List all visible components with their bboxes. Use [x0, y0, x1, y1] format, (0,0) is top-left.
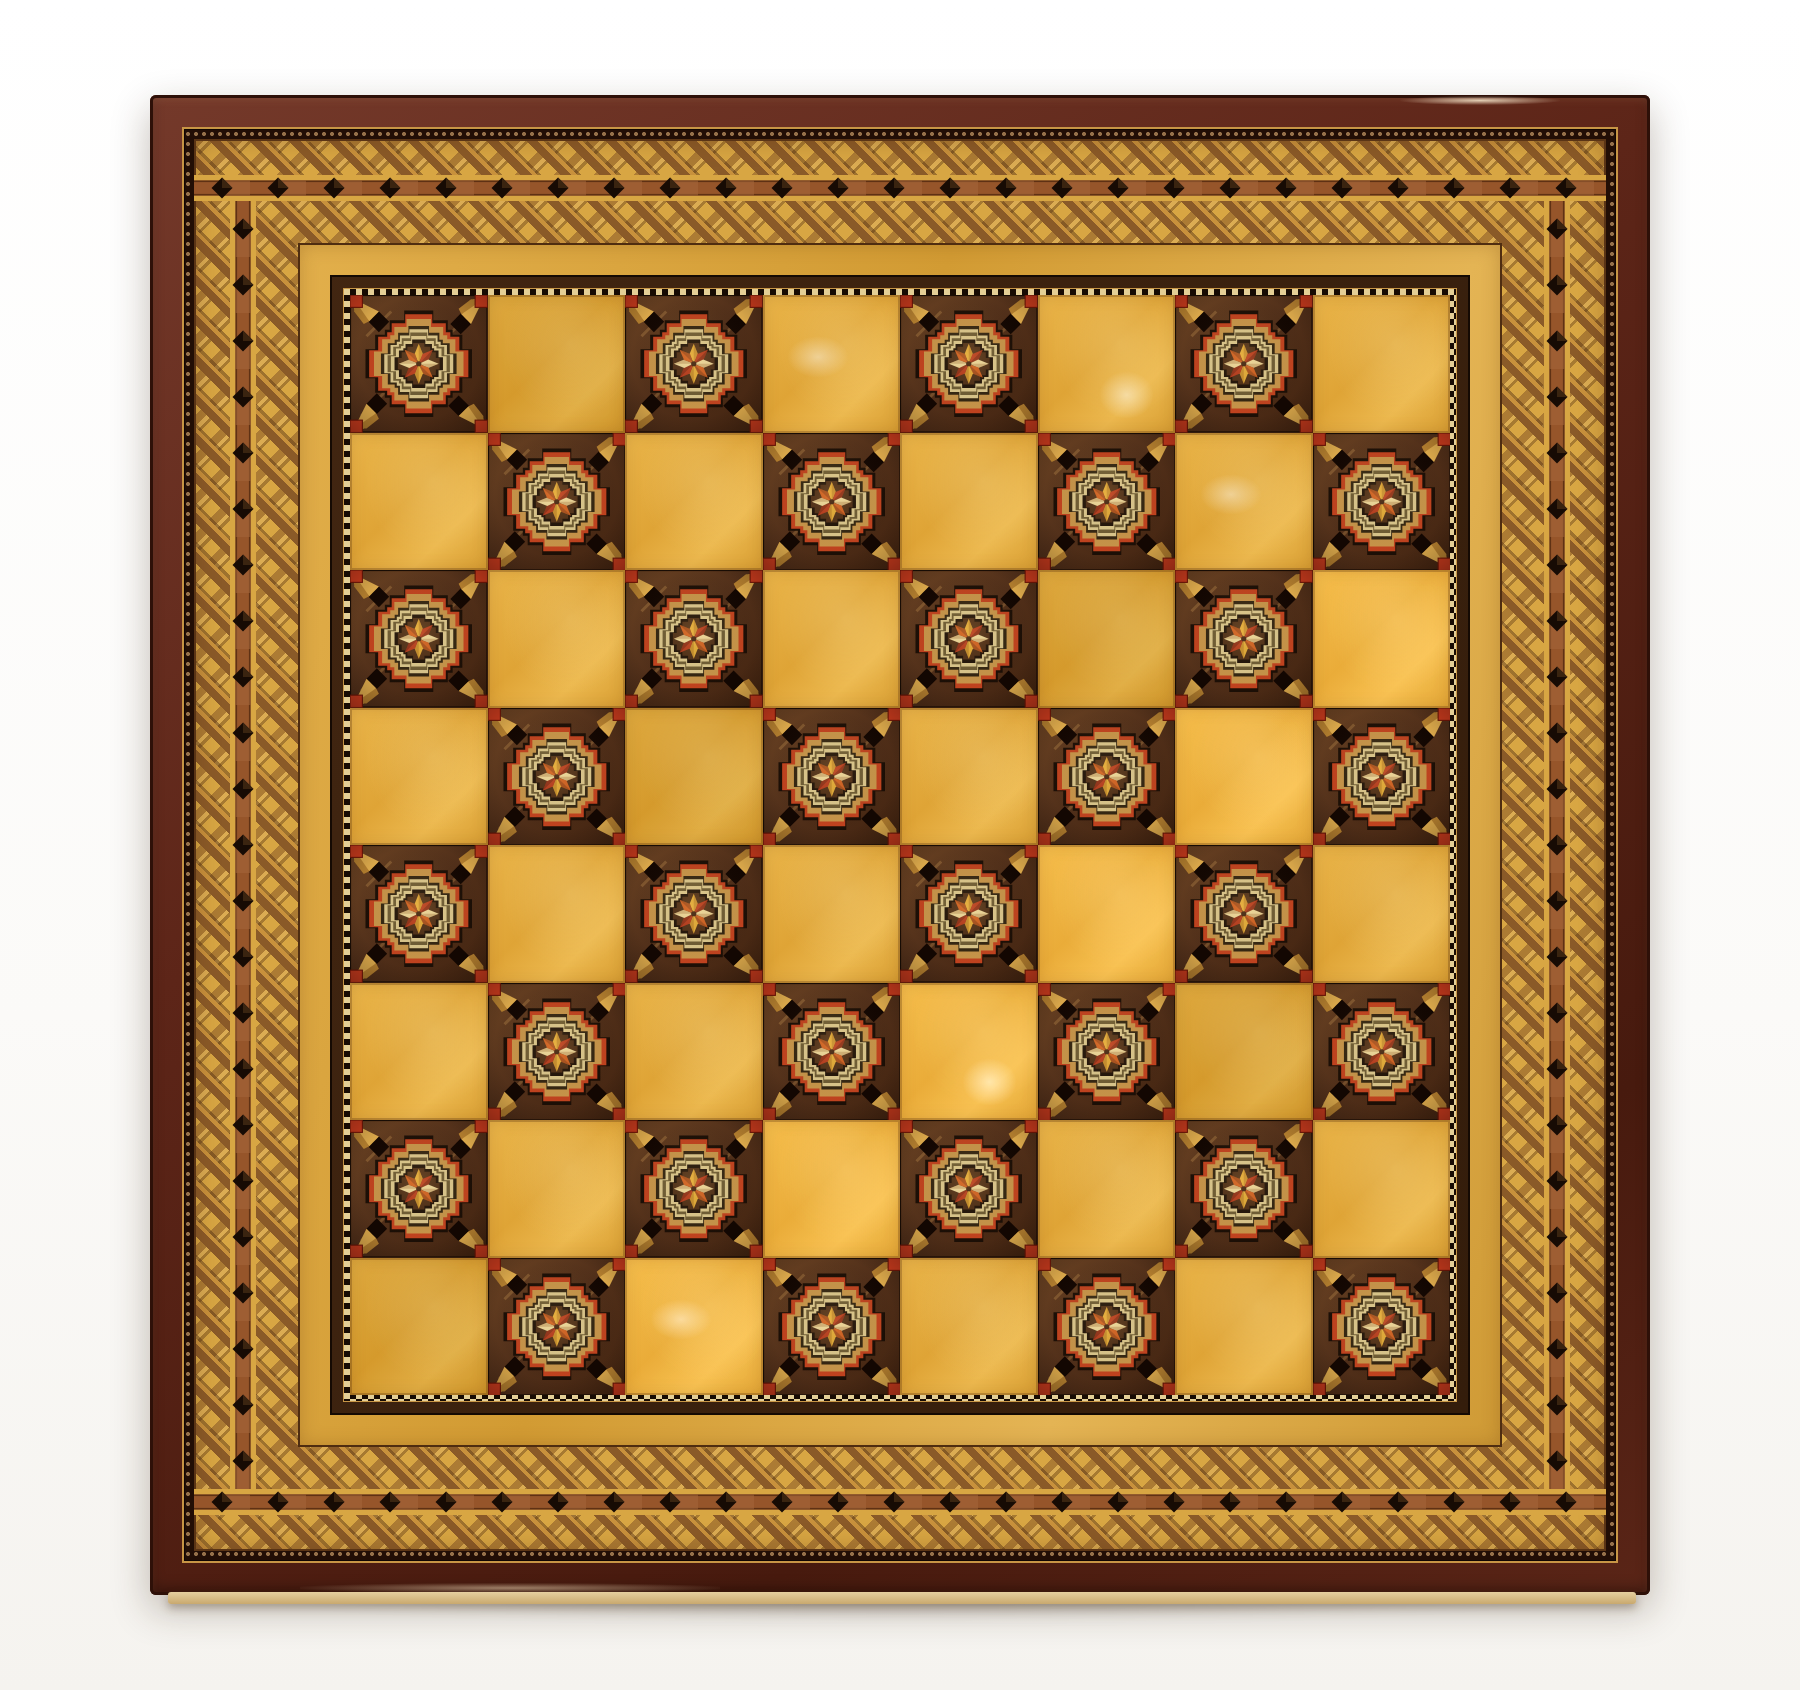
square-e2[interactable]: [900, 1120, 1038, 1258]
star-medallion-inlay: [1038, 983, 1176, 1121]
square-c5[interactable]: [625, 708, 763, 846]
square-e4[interactable]: [900, 845, 1038, 983]
board-side-edge: [168, 1592, 1636, 1604]
square-h8[interactable]: [1313, 295, 1451, 433]
photo-background: [0, 0, 1800, 1690]
star-medallion-inlay: [763, 1258, 901, 1396]
diamond-chain-right: [1544, 201, 1570, 1489]
square-d1[interactable]: [763, 1258, 901, 1396]
square-e3[interactable]: [900, 983, 1038, 1121]
square-h3[interactable]: [1313, 983, 1451, 1121]
star-medallion-inlay: [900, 1120, 1038, 1258]
square-g5[interactable]: [1175, 708, 1313, 846]
star-medallion-inlay: [1175, 295, 1313, 433]
star-medallion-inlay: [488, 433, 626, 571]
square-c7[interactable]: [625, 433, 763, 571]
square-b2[interactable]: [488, 1120, 626, 1258]
star-medallion-inlay: [1175, 845, 1313, 983]
square-a4[interactable]: [350, 845, 488, 983]
square-h5[interactable]: [1313, 708, 1451, 846]
star-medallion-inlay: [625, 845, 763, 983]
star-medallion-inlay: [350, 570, 488, 708]
diamond-chain-bottom: [194, 1489, 1606, 1515]
square-d3[interactable]: [763, 983, 901, 1121]
square-f7[interactable]: [1038, 433, 1176, 571]
star-medallion-inlay: [1313, 1258, 1451, 1396]
star-medallion-inlay: [350, 1120, 488, 1258]
square-h2[interactable]: [1313, 1120, 1451, 1258]
square-a8[interactable]: [350, 295, 488, 433]
star-medallion-inlay: [625, 295, 763, 433]
star-medallion-inlay: [1038, 1258, 1176, 1396]
star-medallion-inlay: [1175, 1120, 1313, 1258]
square-f8[interactable]: [1038, 295, 1176, 433]
star-medallion-inlay: [900, 570, 1038, 708]
square-g3[interactable]: [1175, 983, 1313, 1121]
board-grid: [350, 295, 1450, 1395]
square-b4[interactable]: [488, 845, 626, 983]
square-f1[interactable]: [1038, 1258, 1176, 1396]
square-b5[interactable]: [488, 708, 626, 846]
square-g2[interactable]: [1175, 1120, 1313, 1258]
square-b6[interactable]: [488, 570, 626, 708]
star-medallion-inlay: [763, 708, 901, 846]
square-f3[interactable]: [1038, 983, 1176, 1121]
marquetry-chessboard: [150, 95, 1650, 1595]
square-a3[interactable]: [350, 983, 488, 1121]
square-f2[interactable]: [1038, 1120, 1176, 1258]
star-medallion-inlay: [350, 845, 488, 983]
star-medallion-inlay: [1313, 708, 1451, 846]
square-a2[interactable]: [350, 1120, 488, 1258]
square-a1[interactable]: [350, 1258, 488, 1396]
square-b1[interactable]: [488, 1258, 626, 1396]
square-f4[interactable]: [1038, 845, 1176, 983]
square-c4[interactable]: [625, 845, 763, 983]
square-g7[interactable]: [1175, 433, 1313, 571]
square-g1[interactable]: [1175, 1258, 1313, 1396]
star-medallion-inlay: [350, 295, 488, 433]
square-e5[interactable]: [900, 708, 1038, 846]
square-c1[interactable]: [625, 1258, 763, 1396]
square-a6[interactable]: [350, 570, 488, 708]
square-c6[interactable]: [625, 570, 763, 708]
square-b7[interactable]: [488, 433, 626, 571]
square-e7[interactable]: [900, 433, 1038, 571]
diamond-chain-left: [230, 201, 256, 1489]
star-medallion-inlay: [1313, 983, 1451, 1121]
star-medallion-inlay: [763, 433, 901, 571]
star-medallion-inlay: [1038, 433, 1176, 571]
square-d4[interactable]: [763, 845, 901, 983]
square-a5[interactable]: [350, 708, 488, 846]
square-h6[interactable]: [1313, 570, 1451, 708]
square-b8[interactable]: [488, 295, 626, 433]
square-d6[interactable]: [763, 570, 901, 708]
square-d8[interactable]: [763, 295, 901, 433]
square-g8[interactable]: [1175, 295, 1313, 433]
square-d5[interactable]: [763, 708, 901, 846]
square-a7[interactable]: [350, 433, 488, 571]
square-g4[interactable]: [1175, 845, 1313, 983]
square-e8[interactable]: [900, 295, 1038, 433]
star-medallion-inlay: [1313, 433, 1451, 571]
square-e1[interactable]: [900, 1258, 1038, 1396]
star-medallion-inlay: [900, 845, 1038, 983]
square-f5[interactable]: [1038, 708, 1176, 846]
star-medallion-inlay: [900, 295, 1038, 433]
square-c8[interactable]: [625, 295, 763, 433]
square-c2[interactable]: [625, 1120, 763, 1258]
square-c3[interactable]: [625, 983, 763, 1121]
star-medallion-inlay: [1038, 708, 1176, 846]
square-g6[interactable]: [1175, 570, 1313, 708]
square-h7[interactable]: [1313, 433, 1451, 571]
diamond-chain-top: [194, 175, 1606, 201]
square-h1[interactable]: [1313, 1258, 1451, 1396]
square-d2[interactable]: [763, 1120, 901, 1258]
star-medallion-inlay: [488, 1258, 626, 1396]
star-medallion-inlay: [625, 570, 763, 708]
star-medallion-inlay: [763, 983, 901, 1121]
square-e6[interactable]: [900, 570, 1038, 708]
square-b3[interactable]: [488, 983, 626, 1121]
square-f6[interactable]: [1038, 570, 1176, 708]
star-medallion-inlay: [488, 708, 626, 846]
star-medallion-inlay: [625, 1120, 763, 1258]
square-h4[interactable]: [1313, 845, 1451, 983]
square-d7[interactable]: [763, 433, 901, 571]
star-medallion-inlay: [1175, 570, 1313, 708]
star-medallion-inlay: [488, 983, 626, 1121]
